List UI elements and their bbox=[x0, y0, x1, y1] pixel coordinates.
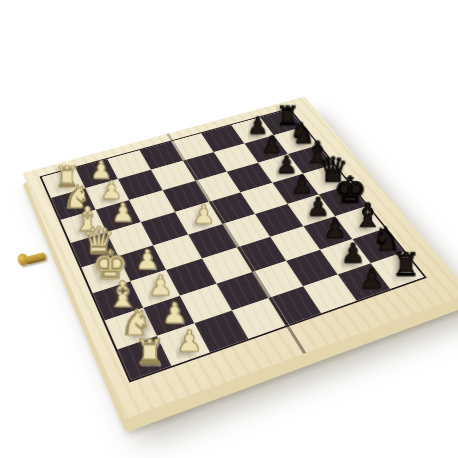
white-rook-h1[interactable]: ♜ bbox=[134, 336, 165, 371]
clasp-arm bbox=[25, 252, 46, 265]
scene: ♜♟♟♜♞♟♟♞♝♟♟♝♛♟♟♛♚♟♟♚♝♟♟♝♞♟♟♞♜♟♟♜ bbox=[0, 0, 458, 458]
square-g4[interactable] bbox=[216, 272, 268, 310]
chess-board: ♜♟♟♜♞♟♟♞♝♟♟♝♛♟♟♛♚♟♟♚♝♟♟♝♞♟♟♞♜♟♟♜ bbox=[23, 96, 458, 418]
black-pawn-h7[interactable]: ♟ bbox=[359, 265, 384, 293]
board-frame: ♜♟♟♜♞♟♟♞♝♟♟♝♛♟♟♛♚♟♟♚♝♟♟♝♞♟♟♞♜♟♟♜ bbox=[23, 96, 458, 418]
white-pawn-d4[interactable]: ♟ bbox=[192, 202, 215, 228]
product-photo: ♜♟♟♜♞♟♟♞♝♟♟♝♛♟♟♛♚♟♟♚♝♟♟♝♞♟♟♞♜♟♟♜ bbox=[0, 0, 458, 458]
white-pawn-h2[interactable]: ♟ bbox=[176, 327, 203, 357]
black-rook-h8[interactable]: ♜ bbox=[391, 249, 419, 281]
square-h4[interactable] bbox=[232, 298, 285, 339]
square-h1[interactable]: ♜ bbox=[117, 336, 171, 380]
white-pawn-g2[interactable]: ♟ bbox=[162, 298, 188, 327]
